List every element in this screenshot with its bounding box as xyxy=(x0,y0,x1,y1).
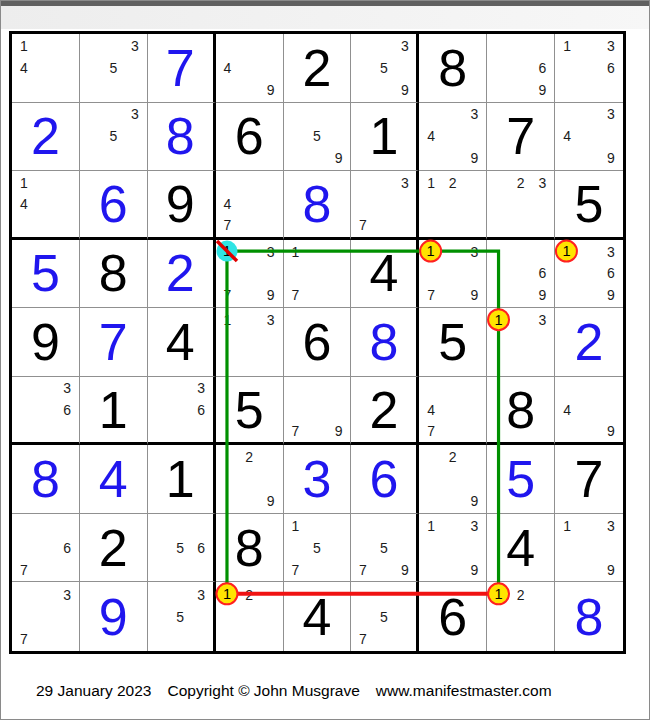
cell-r7c6[interactable]: 6 xyxy=(351,445,419,514)
candidate-3: 3 xyxy=(600,104,622,126)
candidates: 12 xyxy=(488,583,553,650)
cell-r1c8[interactable]: 69 xyxy=(487,34,555,103)
candidates: 35 xyxy=(81,35,146,101)
candidate-5: 5 xyxy=(373,57,394,79)
candidate-3: 3 xyxy=(124,104,146,126)
cell-r9c3[interactable]: 35 xyxy=(148,582,216,651)
candidate-9: 9 xyxy=(328,420,350,441)
candidate-6: 6 xyxy=(191,537,212,559)
candidate-3: 3 xyxy=(531,172,553,193)
candidate-7: 7 xyxy=(13,559,35,581)
candidates: 136 xyxy=(556,35,622,101)
candidate-1: 1 xyxy=(13,172,35,193)
given-digit: 5 xyxy=(419,308,486,376)
candidate-9: 9 xyxy=(464,490,486,512)
page: 1435749235986913623586591349734914694783… xyxy=(0,0,650,720)
cell-r8c3[interactable]: 56 xyxy=(148,514,216,583)
cell-r2c5[interactable]: 59 xyxy=(284,103,352,172)
solved-digit: 6 xyxy=(80,171,147,237)
candidate-1: 1 xyxy=(556,515,578,537)
cell-r8c9[interactable]: 139 xyxy=(555,514,623,583)
candidates: 56 xyxy=(149,515,212,581)
candidate-3: 3 xyxy=(394,35,415,57)
cell-r6c1[interactable]: 36 xyxy=(12,377,80,446)
cell-r3c3[interactable]: 9 xyxy=(148,171,216,240)
candidate-1: 1 xyxy=(488,583,510,605)
candidate-6: 6 xyxy=(56,399,78,420)
candidate-6: 6 xyxy=(191,399,212,420)
candidate-7: 7 xyxy=(13,628,35,650)
cell-r6c7[interactable]: 47 xyxy=(419,377,487,446)
cell-r3c6[interactable]: 37 xyxy=(351,171,419,240)
cell-r2c1[interactable]: 2 xyxy=(12,103,80,172)
solved-digit: 2 xyxy=(555,308,623,376)
cell-r6c3[interactable]: 36 xyxy=(148,377,216,446)
candidate-2: 2 xyxy=(238,446,260,468)
candidates: 49 xyxy=(217,35,282,101)
cell-r1c9[interactable]: 136 xyxy=(555,34,623,103)
cell-r3c4[interactable]: 47 xyxy=(216,171,284,240)
candidates: 47 xyxy=(420,378,485,442)
candidate-5: 5 xyxy=(103,125,125,147)
cell-r2c3[interactable]: 8 xyxy=(148,103,216,172)
candidates: 157 xyxy=(285,515,350,581)
candidates: 1369 xyxy=(556,241,622,307)
cell-r3c9[interactable]: 5 xyxy=(555,171,623,240)
candidate-4: 4 xyxy=(420,125,442,147)
candidates: 79 xyxy=(285,378,350,442)
candidate-5: 5 xyxy=(306,537,328,559)
given-digit: 6 xyxy=(284,308,351,376)
candidate-3: 3 xyxy=(56,583,78,605)
given-digit: 4 xyxy=(284,582,351,651)
solved-digit: 8 xyxy=(12,445,79,513)
cell-r3c5[interactable]: 8 xyxy=(284,171,352,240)
solved-digit: 9 xyxy=(80,582,147,651)
cell-r9c5[interactable]: 4 xyxy=(284,582,352,651)
cell-r8c1[interactable]: 67 xyxy=(12,514,80,583)
candidate-3: 3 xyxy=(394,172,415,193)
given-digit: 1 xyxy=(148,445,213,513)
candidate-9: 9 xyxy=(464,284,486,306)
cell-r5c9[interactable]: 2 xyxy=(555,308,623,377)
given-digit: 2 xyxy=(351,377,416,443)
given-digit: 8 xyxy=(419,34,486,102)
cell-r9c2[interactable]: 9 xyxy=(80,582,148,651)
candidates: 349 xyxy=(420,104,485,170)
candidates: 12 xyxy=(420,172,485,236)
cell-r6c2[interactable]: 1 xyxy=(80,377,148,446)
candidates: 29 xyxy=(217,446,282,512)
candidate-9: 9 xyxy=(600,147,622,169)
candidate-1: 1 xyxy=(285,515,307,537)
candidate-9: 9 xyxy=(394,559,415,581)
cell-r2c4[interactable]: 6 xyxy=(216,103,284,172)
cell-r8c4[interactable]: 8 xyxy=(216,514,284,583)
candidate-7: 7 xyxy=(352,559,373,581)
cell-r9c6[interactable]: 57 xyxy=(351,582,419,651)
given-digit: 6 xyxy=(419,582,486,651)
cell-r7c3[interactable]: 1 xyxy=(148,445,216,514)
candidate-4: 4 xyxy=(13,57,35,79)
cell-r6c4[interactable]: 5 xyxy=(216,377,284,446)
candidate-7: 7 xyxy=(352,214,373,235)
candidate-5: 5 xyxy=(373,537,394,559)
candidate-4: 4 xyxy=(556,125,578,147)
candidates: 13 xyxy=(217,309,282,375)
candidate-6: 6 xyxy=(531,57,553,79)
cell-r5c7[interactable]: 5 xyxy=(419,308,487,377)
candidate-3: 3 xyxy=(124,35,146,57)
cell-r1c6[interactable]: 359 xyxy=(351,34,419,103)
candidate-1: 1 xyxy=(217,241,239,263)
cell-r9c9[interactable]: 8 xyxy=(555,582,623,651)
cell-r7c2[interactable]: 4 xyxy=(80,445,148,514)
solved-digit: 4 xyxy=(80,445,147,513)
cell-r7c7[interactable]: 29 xyxy=(419,445,487,514)
candidate-7: 7 xyxy=(285,420,307,441)
cell-r9c7[interactable]: 6 xyxy=(419,582,487,651)
cell-r7c9[interactable]: 7 xyxy=(555,445,623,514)
given-digit: 5 xyxy=(216,377,283,443)
candidate-5: 5 xyxy=(306,125,328,147)
candidates: 1379 xyxy=(217,241,282,307)
cell-r3c1[interactable]: 14 xyxy=(12,171,80,240)
solved-digit: 8 xyxy=(148,103,213,171)
cell-r4c7[interactable]: 1379 xyxy=(419,240,487,309)
candidates: 29 xyxy=(420,446,485,512)
cell-r3c2[interactable]: 6 xyxy=(80,171,148,240)
solved-digit: 6 xyxy=(351,445,416,513)
given-digit: 1 xyxy=(80,377,147,443)
candidates: 1379 xyxy=(420,241,485,307)
candidate-3: 3 xyxy=(464,241,486,263)
cell-r8c6[interactable]: 579 xyxy=(351,514,419,583)
cell-r8c7[interactable]: 139 xyxy=(419,514,487,583)
cell-r4c6[interactable]: 4 xyxy=(351,240,419,309)
footer: 29 January 2023 Copyright © John Musgrav… xyxy=(36,682,552,700)
candidates: 69 xyxy=(488,35,553,101)
candidate-1: 1 xyxy=(556,35,578,57)
candidate-2: 2 xyxy=(442,446,464,468)
candidate-7: 7 xyxy=(420,284,442,306)
candidates: 35 xyxy=(149,583,212,650)
solved-digit: 5 xyxy=(487,445,554,513)
candidate-1: 1 xyxy=(420,172,442,193)
candidate-5: 5 xyxy=(170,606,191,628)
cell-r2c8[interactable]: 7 xyxy=(487,103,555,172)
candidates: 14 xyxy=(13,35,78,101)
candidate-3: 3 xyxy=(260,241,282,263)
given-digit: 8 xyxy=(216,514,283,582)
cell-r1c4[interactable]: 49 xyxy=(216,34,284,103)
candidate-3: 3 xyxy=(600,241,622,263)
candidate-3: 3 xyxy=(464,104,486,126)
candidate-9: 9 xyxy=(600,559,622,581)
candidate-7: 7 xyxy=(420,420,442,441)
given-digit: 9 xyxy=(12,308,79,376)
candidate-7: 7 xyxy=(352,628,373,650)
candidates: 12 xyxy=(217,583,282,650)
cell-r2c6[interactable]: 1 xyxy=(351,103,419,172)
candidate-1: 1 xyxy=(217,583,239,605)
cell-r3c7[interactable]: 12 xyxy=(419,171,487,240)
candidate-3: 3 xyxy=(191,378,212,399)
candidate-9: 9 xyxy=(600,284,622,306)
given-digit: 2 xyxy=(80,514,147,582)
cell-r5c3[interactable]: 4 xyxy=(148,308,216,377)
cell-r2c7[interactable]: 349 xyxy=(419,103,487,172)
cell-r6c9[interactable]: 49 xyxy=(555,377,623,446)
candidates: 36 xyxy=(149,378,212,442)
candidate-9: 9 xyxy=(531,284,553,306)
solved-digit: 8 xyxy=(284,171,351,237)
cell-r4c5[interactable]: 17 xyxy=(284,240,352,309)
candidates: 139 xyxy=(556,515,622,581)
candidate-6: 6 xyxy=(600,263,622,285)
solved-digit: 2 xyxy=(148,240,213,308)
candidate-9: 9 xyxy=(260,284,282,306)
given-digit: 1 xyxy=(351,103,416,171)
cell-r4c2[interactable]: 8 xyxy=(80,240,148,309)
cell-r5c5[interactable]: 6 xyxy=(284,308,352,377)
cell-r5c2[interactable]: 7 xyxy=(80,308,148,377)
candidate-3: 3 xyxy=(260,309,282,331)
candidates: 349 xyxy=(556,104,622,170)
cell-r2c9[interactable]: 349 xyxy=(555,103,623,172)
cell-r4c9[interactable]: 1369 xyxy=(555,240,623,309)
solved-digit: 8 xyxy=(555,582,623,651)
candidate-7: 7 xyxy=(217,284,239,306)
candidate-3: 3 xyxy=(464,515,486,537)
cell-r4c4[interactable]: 1379 xyxy=(216,240,284,309)
given-digit: 7 xyxy=(555,445,623,513)
candidates: 67 xyxy=(13,515,78,581)
cell-r6c5[interactable]: 79 xyxy=(284,377,352,446)
cell-r1c3[interactable]: 7 xyxy=(148,34,216,103)
candidates: 13 xyxy=(488,309,553,375)
candidate-1: 1 xyxy=(420,515,442,537)
cell-r1c2[interactable]: 35 xyxy=(80,34,148,103)
candidate-6: 6 xyxy=(56,537,78,559)
candidates: 35 xyxy=(81,104,146,170)
solved-digit: 2 xyxy=(12,103,79,171)
solved-digit: 7 xyxy=(148,34,213,102)
candidate-6: 6 xyxy=(531,263,553,285)
candidates: 49 xyxy=(556,378,622,442)
candidates: 17 xyxy=(285,241,350,307)
candidate-4: 4 xyxy=(13,193,35,214)
given-digit: 7 xyxy=(487,103,554,171)
solved-digit: 7 xyxy=(80,308,147,376)
candidate-9: 9 xyxy=(464,559,486,581)
candidate-7: 7 xyxy=(217,214,239,235)
candidate-3: 3 xyxy=(600,515,622,537)
footer-copyright: Copyright © John Musgrave xyxy=(167,682,359,700)
candidate-2: 2 xyxy=(510,583,532,605)
candidate-1: 1 xyxy=(217,309,239,331)
candidate-3: 3 xyxy=(56,378,78,399)
cell-r9c4[interactable]: 12 xyxy=(216,582,284,651)
given-digit: 4 xyxy=(487,514,554,582)
candidate-1: 1 xyxy=(285,241,307,263)
candidates: 36 xyxy=(13,378,78,442)
candidates: 57 xyxy=(352,583,415,650)
footer-date: 29 January 2023 xyxy=(36,682,151,700)
cell-r4c8[interactable]: 69 xyxy=(487,240,555,309)
candidates: 37 xyxy=(352,172,415,236)
candidate-5: 5 xyxy=(170,537,191,559)
given-digit: 8 xyxy=(487,377,554,443)
candidate-7: 7 xyxy=(285,559,307,581)
candidate-4: 4 xyxy=(556,399,578,420)
candidates: 579 xyxy=(352,515,415,581)
candidates: 359 xyxy=(352,35,415,101)
cell-r2c2[interactable]: 35 xyxy=(80,103,148,172)
given-digit: 5 xyxy=(555,171,623,237)
cell-r8c2[interactable]: 2 xyxy=(80,514,148,583)
cell-r8c5[interactable]: 157 xyxy=(284,514,352,583)
candidate-5: 5 xyxy=(373,606,394,628)
candidate-9: 9 xyxy=(328,147,350,169)
given-digit: 4 xyxy=(351,240,416,308)
cell-r9c8[interactable]: 12 xyxy=(487,582,555,651)
cell-r7c4[interactable]: 29 xyxy=(216,445,284,514)
candidate-1: 1 xyxy=(556,241,578,263)
cell-r6c8[interactable]: 8 xyxy=(487,377,555,446)
candidates: 139 xyxy=(420,515,485,581)
candidate-4: 4 xyxy=(217,57,239,79)
cell-r1c5[interactable]: 2 xyxy=(284,34,352,103)
sudoku-board: 1435749235986913623586591349734914694783… xyxy=(9,31,626,654)
cell-r6c6[interactable]: 2 xyxy=(351,377,419,446)
cell-r9c1[interactable]: 37 xyxy=(12,582,80,651)
solved-digit: 8 xyxy=(351,308,416,376)
candidate-3: 3 xyxy=(191,583,212,605)
candidate-9: 9 xyxy=(260,490,282,512)
candidates: 37 xyxy=(13,583,78,650)
given-digit: 2 xyxy=(284,34,351,102)
footer-website: www.manifestmaster.com xyxy=(376,682,552,700)
candidate-3: 3 xyxy=(531,309,553,331)
candidate-2: 2 xyxy=(510,172,532,193)
candidates: 14 xyxy=(13,172,78,236)
candidate-6: 6 xyxy=(600,57,622,79)
candidate-1: 1 xyxy=(420,241,442,263)
cell-r1c1[interactable]: 14 xyxy=(12,34,80,103)
solved-digit: 3 xyxy=(284,445,351,513)
header-band xyxy=(1,6,649,29)
candidate-2: 2 xyxy=(238,583,260,605)
candidate-5: 5 xyxy=(103,57,125,79)
candidate-2: 2 xyxy=(442,172,464,193)
cell-r3c8[interactable]: 23 xyxy=(487,171,555,240)
candidate-9: 9 xyxy=(260,79,282,101)
cell-r4c1[interactable]: 5 xyxy=(12,240,80,309)
given-digit: 9 xyxy=(148,171,213,237)
cell-r5c1[interactable]: 9 xyxy=(12,308,80,377)
candidate-3: 3 xyxy=(600,35,622,57)
cell-r7c5[interactable]: 3 xyxy=(284,445,352,514)
cell-r8c8[interactable]: 4 xyxy=(487,514,555,583)
cell-r1c7[interactable]: 8 xyxy=(419,34,487,103)
candidates: 59 xyxy=(285,104,350,170)
candidates: 69 xyxy=(488,241,553,307)
cell-r7c8[interactable]: 5 xyxy=(487,445,555,514)
candidate-4: 4 xyxy=(420,399,442,420)
candidates: 23 xyxy=(488,172,553,236)
candidate-7: 7 xyxy=(285,284,307,306)
given-digit: 4 xyxy=(148,308,213,376)
given-digit: 8 xyxy=(80,240,147,308)
cell-r7c1[interactable]: 8 xyxy=(12,445,80,514)
candidate-9: 9 xyxy=(394,79,415,101)
cell-r5c8[interactable]: 13 xyxy=(487,308,555,377)
candidate-4: 4 xyxy=(217,193,239,214)
cell-r5c4[interactable]: 13 xyxy=(216,308,284,377)
candidate-1: 1 xyxy=(488,309,510,331)
candidate-9: 9 xyxy=(464,147,486,169)
candidate-9: 9 xyxy=(600,420,622,441)
candidate-1: 1 xyxy=(13,35,35,57)
given-digit: 6 xyxy=(216,103,283,171)
cell-r5c6[interactable]: 8 xyxy=(351,308,419,377)
candidates: 47 xyxy=(217,172,282,236)
solved-digit: 5 xyxy=(12,240,79,308)
cell-r4c3[interactable]: 2 xyxy=(148,240,216,309)
candidate-9: 9 xyxy=(531,79,553,101)
